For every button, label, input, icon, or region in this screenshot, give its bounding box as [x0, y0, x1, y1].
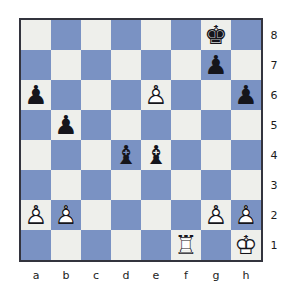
- square-h2: ♟♙: [231, 200, 261, 230]
- square-e8: [141, 20, 171, 50]
- square-d8: [111, 20, 141, 50]
- square-e5: [141, 110, 171, 140]
- rank-coordinates: 87654321: [266, 20, 282, 260]
- square-b6: [51, 80, 81, 110]
- square-a6: ♟: [21, 80, 51, 110]
- rank-label-1: 1: [266, 230, 282, 260]
- square-h1: ♚♔: [231, 230, 261, 260]
- black-bishop: ♝: [111, 140, 141, 170]
- square-d4: ♝: [111, 140, 141, 170]
- square-f7: [171, 50, 201, 80]
- white-king: ♚♔: [231, 230, 261, 260]
- square-e6: ♟♙: [141, 80, 171, 110]
- square-d1: [111, 230, 141, 260]
- square-a8: [21, 20, 51, 50]
- white-pawn: ♟♙: [201, 200, 231, 230]
- black-king: ♚: [201, 20, 231, 50]
- rank-label-3: 3: [266, 170, 282, 200]
- square-d6: [111, 80, 141, 110]
- file-label-c: c: [81, 265, 111, 285]
- rank-label-5: 5: [266, 110, 282, 140]
- file-label-h: h: [231, 265, 261, 285]
- square-f5: [171, 110, 201, 140]
- square-g7: ♟: [201, 50, 231, 80]
- rank-label-2: 2: [266, 200, 282, 230]
- square-a7: [21, 50, 51, 80]
- square-e4: ♝: [141, 140, 171, 170]
- square-d3: [111, 170, 141, 200]
- square-b7: [51, 50, 81, 80]
- square-e7: [141, 50, 171, 80]
- file-label-f: f: [171, 265, 201, 285]
- chess-diagram: ♚♟♟♟♙♟♟♝♝♟♙♟♙♟♙♟♙♜♖♚♔ 87654321 abcdefgh: [0, 0, 293, 292]
- square-g5: [201, 110, 231, 140]
- square-a3: [21, 170, 51, 200]
- square-a4: [21, 140, 51, 170]
- rank-label-6: 6: [266, 80, 282, 110]
- square-e1: [141, 230, 171, 260]
- square-a1: [21, 230, 51, 260]
- square-c5: [81, 110, 111, 140]
- chess-board-frame: ♚♟♟♟♙♟♟♝♝♟♙♟♙♟♙♟♙♜♖♚♔: [19, 18, 263, 262]
- square-d5: [111, 110, 141, 140]
- square-f2: [171, 200, 201, 230]
- white-pawn: ♟♙: [21, 200, 51, 230]
- square-h6: ♟: [231, 80, 261, 110]
- file-label-e: e: [141, 265, 171, 285]
- square-f1: ♜♖: [171, 230, 201, 260]
- square-c4: [81, 140, 111, 170]
- square-h8: [231, 20, 261, 50]
- file-label-a: a: [21, 265, 51, 285]
- square-e3: [141, 170, 171, 200]
- square-b3: [51, 170, 81, 200]
- square-g6: [201, 80, 231, 110]
- square-c6: [81, 80, 111, 110]
- square-h5: [231, 110, 261, 140]
- black-pawn: ♟: [21, 80, 51, 110]
- white-pawn: ♟♙: [231, 200, 261, 230]
- square-a2: ♟♙: [21, 200, 51, 230]
- white-pawn: ♟♙: [141, 80, 171, 110]
- square-b8: [51, 20, 81, 50]
- file-label-g: g: [201, 265, 231, 285]
- black-pawn: ♟: [51, 110, 81, 140]
- square-b2: ♟♙: [51, 200, 81, 230]
- square-d2: [111, 200, 141, 230]
- rank-label-4: 4: [266, 140, 282, 170]
- square-g8: ♚: [201, 20, 231, 50]
- square-f3: [171, 170, 201, 200]
- square-c1: [81, 230, 111, 260]
- white-rook: ♜♖: [171, 230, 201, 260]
- file-coordinates: abcdefgh: [21, 265, 261, 285]
- rank-label-8: 8: [266, 20, 282, 50]
- square-h3: [231, 170, 261, 200]
- square-f6: [171, 80, 201, 110]
- square-b1: [51, 230, 81, 260]
- black-pawn: ♟: [201, 50, 231, 80]
- square-f4: [171, 140, 201, 170]
- white-pawn: ♟♙: [51, 200, 81, 230]
- square-e2: [141, 200, 171, 230]
- square-g2: ♟♙: [201, 200, 231, 230]
- black-pawn: ♟: [231, 80, 261, 110]
- square-g4: [201, 140, 231, 170]
- square-c2: [81, 200, 111, 230]
- file-label-d: d: [111, 265, 141, 285]
- chess-board: ♚♟♟♟♙♟♟♝♝♟♙♟♙♟♙♟♙♜♖♚♔: [21, 20, 261, 260]
- square-b5: ♟: [51, 110, 81, 140]
- square-c7: [81, 50, 111, 80]
- square-d7: [111, 50, 141, 80]
- square-h4: [231, 140, 261, 170]
- square-b4: [51, 140, 81, 170]
- square-g3: [201, 170, 231, 200]
- square-c3: [81, 170, 111, 200]
- file-label-b: b: [51, 265, 81, 285]
- square-h7: [231, 50, 261, 80]
- square-f8: [171, 20, 201, 50]
- rank-label-7: 7: [266, 50, 282, 80]
- square-c8: [81, 20, 111, 50]
- black-bishop: ♝: [141, 140, 171, 170]
- square-a5: [21, 110, 51, 140]
- square-g1: [201, 230, 231, 260]
